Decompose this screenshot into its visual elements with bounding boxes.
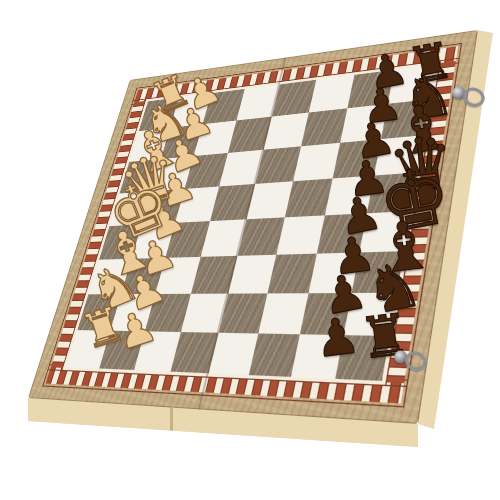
square-h8 <box>335 335 389 381</box>
metal-latch-top-icon <box>450 82 487 110</box>
square-f8 <box>352 251 404 293</box>
latch-ring-icon <box>460 84 488 110</box>
product-photo: ♜♞♝♛♚♝♞♜♟♟♟♟♟♟♟♟♟♟♟♟♟♟♟♟♜♞♝♛♚♝♞♜ <box>0 0 500 500</box>
square-e8 <box>359 211 411 252</box>
square-a8 <box>388 64 436 103</box>
square-c8 <box>374 135 424 175</box>
square-d8 <box>367 172 418 213</box>
latch-ring-icon <box>402 348 430 374</box>
square-g8 <box>344 293 397 336</box>
square-b8 <box>381 99 430 139</box>
metal-latch-bottom-icon <box>392 346 429 374</box>
